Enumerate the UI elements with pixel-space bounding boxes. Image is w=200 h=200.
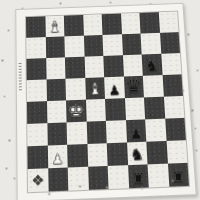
board-corner-motif-icon: ❖ xyxy=(31,172,44,187)
square-c1[interactable] xyxy=(68,167,89,191)
square-g2[interactable] xyxy=(146,141,167,164)
vinyl-board: ♝♞♝♟♛♚♟♟♞❖♜♜ xyxy=(15,3,197,200)
square-f4[interactable] xyxy=(124,97,145,120)
square-h4[interactable] xyxy=(163,96,184,119)
square-a7[interactable] xyxy=(26,37,45,59)
square-c5[interactable] xyxy=(65,78,85,100)
square-h1[interactable]: ♜ xyxy=(167,163,188,187)
square-e6[interactable] xyxy=(103,55,123,77)
piece-white-bishop-b8[interactable]: ♝ xyxy=(48,20,62,36)
square-c2[interactable] xyxy=(67,144,88,167)
chessboard-photo: ♝♞♝♟♛♚♟♟♞❖♜♜ xyxy=(0,0,200,200)
piece-white-bishop-d5[interactable]: ♝ xyxy=(87,81,102,97)
piece-black-knight-f2[interactable]: ♞ xyxy=(130,147,144,163)
square-d8[interactable] xyxy=(83,14,103,35)
square-e8[interactable] xyxy=(102,14,122,35)
square-d3[interactable] xyxy=(86,121,107,144)
square-h6[interactable] xyxy=(161,53,182,75)
piece-black-pawn-f3[interactable]: ♟ xyxy=(130,127,142,141)
square-c3[interactable] xyxy=(67,122,87,145)
square-e2[interactable] xyxy=(107,142,128,165)
square-d1[interactable] xyxy=(88,166,109,190)
piece-black-queen-f5[interactable]: ♛ xyxy=(125,77,143,96)
square-d5[interactable]: ♝ xyxy=(85,77,105,99)
square-a6[interactable] xyxy=(26,58,46,80)
square-b5[interactable] xyxy=(46,79,66,101)
illegible-brand-marking xyxy=(19,63,22,90)
square-g8[interactable] xyxy=(139,12,159,33)
square-d6[interactable] xyxy=(84,56,104,78)
square-a5[interactable] xyxy=(27,79,47,101)
square-h7[interactable] xyxy=(160,32,180,54)
square-e7[interactable] xyxy=(102,34,122,56)
square-b1[interactable] xyxy=(48,168,69,192)
piece-black-rook-f1[interactable]: ♜ xyxy=(131,171,145,186)
square-a1[interactable]: ❖ xyxy=(28,168,48,192)
square-f3[interactable]: ♟ xyxy=(125,119,146,142)
square-e5[interactable]: ♟ xyxy=(104,77,124,99)
square-c6[interactable] xyxy=(65,57,85,79)
square-h3[interactable] xyxy=(165,118,186,141)
square-h2[interactable] xyxy=(166,140,187,163)
square-a2[interactable] xyxy=(27,146,47,170)
piece-black-pawn-e5[interactable]: ♟ xyxy=(108,84,120,97)
square-c7[interactable] xyxy=(64,36,84,58)
square-f2[interactable]: ♞ xyxy=(127,142,148,165)
piece-black-knight-g6[interactable]: ♞ xyxy=(145,59,159,74)
square-g6[interactable]: ♞ xyxy=(142,54,162,76)
square-f8[interactable] xyxy=(121,13,141,34)
piece-black-rook-h1[interactable]: ♜ xyxy=(171,169,185,184)
square-h8[interactable] xyxy=(158,12,178,33)
square-d7[interactable] xyxy=(83,35,103,57)
square-b8[interactable]: ♝ xyxy=(45,16,64,37)
piece-white-pawn-b2[interactable]: ♟ xyxy=(51,152,63,166)
square-e1[interactable] xyxy=(108,165,129,189)
square-e3[interactable] xyxy=(106,120,127,143)
square-g3[interactable] xyxy=(145,119,166,142)
square-g1[interactable] xyxy=(148,164,169,188)
square-b4[interactable] xyxy=(46,100,66,123)
square-a3[interactable] xyxy=(27,123,47,146)
square-b3[interactable] xyxy=(47,122,67,145)
square-b2[interactable]: ♟ xyxy=(47,145,67,169)
square-c8[interactable] xyxy=(64,15,84,36)
square-f7[interactable] xyxy=(122,34,142,56)
square-c4[interactable]: ♚ xyxy=(66,100,86,123)
square-g4[interactable] xyxy=(144,97,165,120)
piece-white-king-c4[interactable]: ♚ xyxy=(67,101,85,121)
square-d2[interactable] xyxy=(87,143,108,166)
square-a8[interactable] xyxy=(26,16,45,37)
square-a4[interactable] xyxy=(27,101,47,124)
chessboard-grid[interactable]: ♝♞♝♟♛♚♟♟♞❖♜♜ xyxy=(25,11,190,194)
square-f1[interactable]: ♜ xyxy=(128,164,149,188)
square-f5[interactable]: ♛ xyxy=(123,76,143,98)
square-g7[interactable] xyxy=(141,33,161,55)
square-h5[interactable] xyxy=(162,74,183,96)
square-b7[interactable] xyxy=(45,36,65,58)
square-e4[interactable] xyxy=(105,98,126,121)
square-f6[interactable] xyxy=(122,55,142,77)
square-d4[interactable] xyxy=(86,99,106,122)
square-b6[interactable] xyxy=(46,57,66,79)
square-g5[interactable] xyxy=(143,75,164,97)
